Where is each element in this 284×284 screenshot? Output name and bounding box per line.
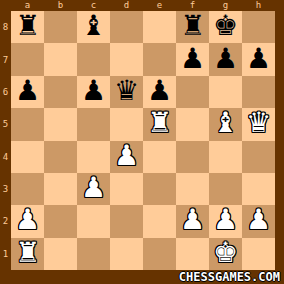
- square-a1: ♜: [11, 238, 44, 270]
- square-c1: [77, 238, 110, 270]
- square-g4: [209, 141, 242, 173]
- chess-diagram: a b c d e f g h 8 7 6 5 4 3 2 1 ♜♝♜♚♟♟♟♟…: [0, 0, 284, 284]
- square-e3: [143, 173, 176, 205]
- rank-label-8: 8: [0, 11, 11, 43]
- piece-white-rook: ♜: [147, 109, 172, 137]
- file-label-h: h: [242, 0, 275, 11]
- square-a4: [11, 141, 44, 173]
- piece-black-king: ♚: [213, 12, 238, 40]
- square-e6: ♟: [143, 76, 176, 108]
- square-e4: [143, 141, 176, 173]
- file-labels: a b c d e f g h: [11, 0, 275, 11]
- square-c4: [77, 141, 110, 173]
- square-a6: ♟: [11, 76, 44, 108]
- square-c8: ♝: [77, 11, 110, 43]
- file-label-c: c: [77, 0, 110, 11]
- square-h1: [242, 238, 275, 270]
- site-credit: CHESSGAMES.COM: [179, 270, 280, 284]
- square-d5: [110, 108, 143, 140]
- square-g5: ♝: [209, 108, 242, 140]
- square-b7: [44, 43, 77, 75]
- rank-label-6: 6: [0, 76, 11, 108]
- piece-black-rook: ♜: [15, 12, 40, 40]
- piece-black-pawn: ♟: [246, 45, 271, 73]
- piece-black-pawn: ♟: [147, 77, 172, 105]
- file-label-b: b: [44, 0, 77, 11]
- square-e7: [143, 43, 176, 75]
- square-d8: [110, 11, 143, 43]
- piece-black-pawn: ♟: [15, 77, 40, 105]
- rank-label-1: 1: [0, 238, 11, 270]
- piece-white-queen: ♛: [246, 109, 271, 137]
- square-h6: [242, 76, 275, 108]
- square-a2: ♟: [11, 205, 44, 237]
- square-h3: [242, 173, 275, 205]
- piece-white-pawn: ♟: [180, 206, 205, 234]
- square-d7: [110, 43, 143, 75]
- square-h8: [242, 11, 275, 43]
- piece-white-bishop: ♝: [213, 109, 238, 137]
- square-c5: [77, 108, 110, 140]
- rank-labels: 8 7 6 5 4 3 2 1: [0, 11, 11, 270]
- square-g7: ♟: [209, 43, 242, 75]
- square-e8: [143, 11, 176, 43]
- square-h7: ♟: [242, 43, 275, 75]
- piece-white-pawn: ♟: [246, 206, 271, 234]
- rank-label-7: 7: [0, 43, 11, 75]
- rank-label-4: 4: [0, 141, 11, 173]
- piece-white-pawn: ♟: [213, 206, 238, 234]
- square-b4: [44, 141, 77, 173]
- piece-white-pawn: ♟: [81, 174, 106, 202]
- square-a8: ♜: [11, 11, 44, 43]
- square-b8: [44, 11, 77, 43]
- square-g3: [209, 173, 242, 205]
- rank-label-5: 5: [0, 108, 11, 140]
- piece-black-queen: ♛: [114, 77, 139, 105]
- piece-black-bishop: ♝: [81, 12, 106, 40]
- square-f6: [176, 76, 209, 108]
- square-d3: [110, 173, 143, 205]
- square-d2: [110, 205, 143, 237]
- file-label-g: g: [209, 0, 242, 11]
- chess-board: ♜♝♜♚♟♟♟♟♟♛♟♜♝♛♟♟♟♟♟♟♜♚: [11, 11, 275, 270]
- square-g1: ♚: [209, 238, 242, 270]
- square-f2: ♟: [176, 205, 209, 237]
- square-b1: [44, 238, 77, 270]
- square-e1: [143, 238, 176, 270]
- square-f3: [176, 173, 209, 205]
- square-g2: ♟: [209, 205, 242, 237]
- piece-white-pawn: ♟: [15, 206, 40, 234]
- square-a3: [11, 173, 44, 205]
- square-d1: [110, 238, 143, 270]
- file-label-f: f: [176, 0, 209, 11]
- square-b6: [44, 76, 77, 108]
- piece-black-pawn: ♟: [180, 45, 205, 73]
- square-e2: [143, 205, 176, 237]
- square-f8: ♜: [176, 11, 209, 43]
- square-g6: [209, 76, 242, 108]
- square-b3: [44, 173, 77, 205]
- piece-black-pawn: ♟: [81, 77, 106, 105]
- square-d6: ♛: [110, 76, 143, 108]
- rank-label-3: 3: [0, 173, 11, 205]
- square-h2: ♟: [242, 205, 275, 237]
- square-b5: [44, 108, 77, 140]
- square-f4: [176, 141, 209, 173]
- square-c7: [77, 43, 110, 75]
- square-a5: [11, 108, 44, 140]
- square-h4: [242, 141, 275, 173]
- square-e5: ♜: [143, 108, 176, 140]
- square-c2: [77, 205, 110, 237]
- rank-label-2: 2: [0, 205, 11, 237]
- square-c3: ♟: [77, 173, 110, 205]
- square-c6: ♟: [77, 76, 110, 108]
- piece-white-king: ♚: [213, 239, 238, 267]
- square-b2: [44, 205, 77, 237]
- square-f1: [176, 238, 209, 270]
- file-label-e: e: [143, 0, 176, 11]
- square-h5: ♛: [242, 108, 275, 140]
- piece-white-pawn: ♟: [114, 142, 139, 170]
- square-d4: ♟: [110, 141, 143, 173]
- piece-white-rook: ♜: [15, 239, 40, 267]
- square-g8: ♚: [209, 11, 242, 43]
- piece-black-rook: ♜: [180, 12, 205, 40]
- square-a7: [11, 43, 44, 75]
- file-label-d: d: [110, 0, 143, 11]
- square-f7: ♟: [176, 43, 209, 75]
- square-f5: [176, 108, 209, 140]
- file-label-a: a: [11, 0, 44, 11]
- piece-black-pawn: ♟: [213, 45, 238, 73]
